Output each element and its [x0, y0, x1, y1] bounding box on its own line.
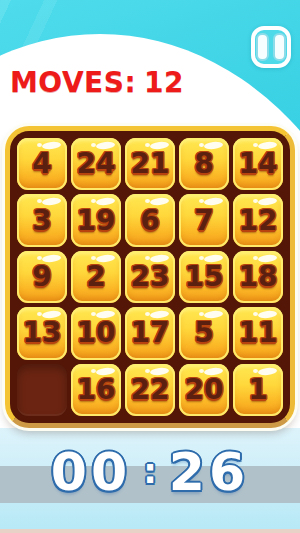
- tile-9[interactable]: 9: [17, 251, 67, 303]
- tile-number: 22: [131, 376, 170, 404]
- tile-17[interactable]: 17: [125, 307, 175, 359]
- timer-seconds: 26: [169, 443, 249, 503]
- tile-number: 18: [239, 263, 278, 291]
- tile-number: 16: [77, 376, 116, 404]
- tile-number: 20: [185, 376, 224, 404]
- tile-6[interactable]: 6: [125, 194, 175, 246]
- tile-19[interactable]: 19: [71, 194, 121, 246]
- tile-number: 1: [248, 376, 267, 404]
- tile-18[interactable]: 18: [233, 251, 283, 303]
- tile-number: 5: [194, 319, 213, 347]
- tile-5[interactable]: 5: [179, 307, 229, 359]
- tile-number: 6: [140, 207, 159, 235]
- app-screen: MOVES:12 4242181431967129223151813101751…: [0, 0, 300, 533]
- tile-16[interactable]: 16: [71, 364, 121, 416]
- tile-8[interactable]: 8: [179, 138, 229, 190]
- tile-number: 2: [86, 263, 105, 291]
- puzzle-board: 424218143196712922315181310175111622201: [5, 126, 295, 428]
- tile-number: 15: [185, 263, 224, 291]
- tile-number: 23: [131, 263, 170, 291]
- tile-number: 10: [77, 319, 116, 347]
- tile-number: 12: [239, 207, 278, 235]
- empty-slot: [17, 364, 67, 416]
- tile-21[interactable]: 21: [125, 138, 175, 190]
- tile-number: 17: [131, 319, 170, 347]
- tile-14[interactable]: 14: [233, 138, 283, 190]
- tile-7[interactable]: 7: [179, 194, 229, 246]
- tile-number: 3: [32, 207, 51, 235]
- bottom-edge-strip: [0, 529, 300, 533]
- pause-button[interactable]: [251, 26, 291, 68]
- tile-11[interactable]: 11: [233, 307, 283, 359]
- tile-number: 8: [194, 150, 213, 178]
- tile-number: 7: [194, 207, 213, 235]
- tile-number: 11: [239, 319, 278, 347]
- tile-number: 24: [77, 150, 116, 178]
- pause-icon: [273, 33, 286, 61]
- moves-counter: MOVES:12: [10, 66, 184, 99]
- tile-12[interactable]: 12: [233, 194, 283, 246]
- tile-24[interactable]: 24: [71, 138, 121, 190]
- tile-23[interactable]: 23: [125, 251, 175, 303]
- timer-minutes: 00: [51, 443, 131, 503]
- tile-number: 13: [23, 319, 62, 347]
- tile-20[interactable]: 20: [179, 364, 229, 416]
- timer-separator: :: [143, 454, 157, 492]
- tile-13[interactable]: 13: [17, 307, 67, 359]
- tile-number: 14: [239, 150, 278, 178]
- tile-2[interactable]: 2: [71, 251, 121, 303]
- tile-15[interactable]: 15: [179, 251, 229, 303]
- tile-4[interactable]: 4: [17, 138, 67, 190]
- tile-number: 21: [131, 150, 170, 178]
- moves-value: 12: [144, 66, 184, 99]
- timer: 00 : 26: [0, 443, 300, 503]
- tile-3[interactable]: 3: [17, 194, 67, 246]
- board-grid: 424218143196712922315181310175111622201: [10, 131, 290, 423]
- moves-label: MOVES:: [10, 66, 136, 99]
- tile-10[interactable]: 10: [71, 307, 121, 359]
- tile-number: 19: [77, 207, 116, 235]
- tile-22[interactable]: 22: [125, 364, 175, 416]
- tile-number: 9: [32, 263, 51, 291]
- tile-number: 4: [32, 150, 51, 178]
- tile-1[interactable]: 1: [233, 364, 283, 416]
- pause-icon: [256, 33, 269, 61]
